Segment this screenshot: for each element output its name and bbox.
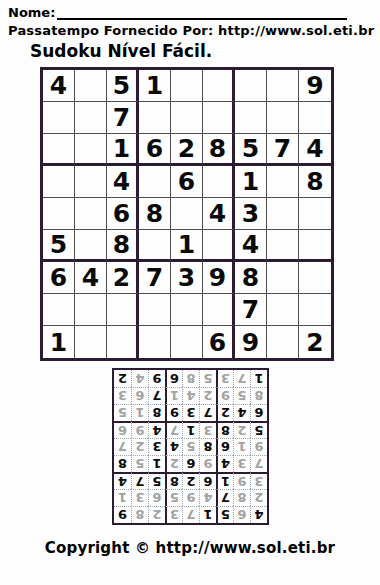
solution-cell-r8c5: 4 xyxy=(182,387,199,404)
solution-cell-r7c6: 9 xyxy=(165,404,182,421)
cell-r5c9[interactable] xyxy=(299,198,331,230)
solution-cell-r4c2: 3 xyxy=(233,455,250,472)
solution-cell-r1c8: 8 xyxy=(131,506,148,523)
cell-r1c6[interactable] xyxy=(203,70,235,102)
solution-grid-rotated: 4651732892874956313916285747349621589168… xyxy=(112,368,269,525)
cell-r7c9[interactable] xyxy=(299,262,331,294)
solution-cell-r4c8: 5 xyxy=(131,455,148,472)
solution-cell-r2c2: 8 xyxy=(233,489,250,506)
solution-cell-r5c4: 8 xyxy=(199,438,216,455)
cell-r7c6[interactable]: 9 xyxy=(203,262,235,294)
cell-r3c4[interactable]: 6 xyxy=(139,134,171,166)
solution-cell-r3c4: 6 xyxy=(199,472,216,489)
solution-cell-r1c9: 9 xyxy=(114,506,131,523)
solution-cell-r2c3: 7 xyxy=(216,489,233,506)
cell-r4c6[interactable] xyxy=(203,166,235,198)
solution-cell-r5c1: 9 xyxy=(250,438,267,455)
solution-cell-r4c7: 1 xyxy=(148,455,165,472)
cell-r3c7[interactable]: 5 xyxy=(235,134,267,166)
solution-cell-r9c2: 7 xyxy=(233,370,250,387)
solution-cell-r5c5: 5 xyxy=(182,438,199,455)
solution-wrap: 4651732892874956313916285747349621589168… xyxy=(0,368,380,525)
cell-r9c3[interactable] xyxy=(107,326,139,358)
cell-r2c2[interactable] xyxy=(75,102,107,134)
cell-r3c5[interactable]: 2 xyxy=(171,134,203,166)
solution-cell-r3c5: 2 xyxy=(182,472,199,489)
cell-r3c2[interactable] xyxy=(75,134,107,166)
solution-cell-r4c9: 8 xyxy=(114,455,131,472)
worksheet-page: Nome: Passatempo Fornecido Por: http://w… xyxy=(0,0,380,585)
cell-r8c9[interactable] xyxy=(299,294,331,326)
cell-r7c8[interactable] xyxy=(267,262,299,294)
solution-cell-r5c2: 1 xyxy=(233,438,250,455)
solution-cell-r9c7: 9 xyxy=(148,370,165,387)
cell-r2c5[interactable] xyxy=(171,102,203,134)
cell-r3c6[interactable]: 8 xyxy=(203,134,235,166)
solution-cell-r3c2: 9 xyxy=(233,472,250,489)
solution-cell-r6c4: 3 xyxy=(199,421,216,438)
solution-cell-r6c5: 1 xyxy=(182,421,199,438)
solution-cell-r7c9: 5 xyxy=(114,404,131,421)
solution-cell-r2c8: 3 xyxy=(131,489,148,506)
cell-r3c3[interactable]: 1 xyxy=(107,134,139,166)
name-label: Nome: xyxy=(8,5,55,20)
solution-cell-r4c3: 4 xyxy=(216,455,233,472)
solution-cell-r2c7: 6 xyxy=(148,489,165,506)
solution-cell-r1c4: 1 xyxy=(199,506,216,523)
solution-cell-r6c8: 9 xyxy=(131,421,148,438)
solution-cell-r8c1: 8 xyxy=(250,387,267,404)
solution-cell-r4c1: 7 xyxy=(250,455,267,472)
provider-line: Passatempo Fornecido Por: http://www.sol… xyxy=(0,20,380,38)
cell-r2c4[interactable] xyxy=(139,102,171,134)
solution-cell-r2c6: 5 xyxy=(165,489,182,506)
solution-cell-r9c1: 1 xyxy=(250,370,267,387)
cell-r4c1[interactable] xyxy=(43,166,75,198)
copyright-line: Copyright © http://www.sol.eti.br xyxy=(0,539,380,557)
solution-cell-r7c4: 7 xyxy=(199,404,216,421)
name-row: Nome: xyxy=(0,0,380,20)
cell-r8c8[interactable] xyxy=(267,294,299,326)
solution-cell-r6c7: 4 xyxy=(148,421,165,438)
cell-r6c5[interactable]: 1 xyxy=(171,230,203,262)
main-grid-wrap: 451971628574461868435814642739871692 xyxy=(40,67,380,361)
solution-cell-r5c8: 2 xyxy=(131,438,148,455)
cell-r7c1[interactable]: 6 xyxy=(43,262,75,294)
cell-r5c6[interactable]: 4 xyxy=(203,198,235,230)
solution-cell-r3c8: 7 xyxy=(131,472,148,489)
cell-r1c4[interactable]: 1 xyxy=(139,70,171,102)
cell-r3c1[interactable] xyxy=(43,134,75,166)
solution-cell-r3c1: 3 xyxy=(250,472,267,489)
cell-r9c6[interactable]: 6 xyxy=(203,326,235,358)
cell-r4c2[interactable] xyxy=(75,166,107,198)
sudoku-grid: 451971628574461868435814642739871692 xyxy=(40,67,334,361)
solution-cell-r2c4: 4 xyxy=(199,489,216,506)
cell-r4c4[interactable] xyxy=(139,166,171,198)
solution-cell-r9c5: 8 xyxy=(182,370,199,387)
solution-cell-r8c8: 6 xyxy=(131,387,148,404)
cell-r5c5[interactable] xyxy=(171,198,203,230)
solution-cell-r1c1: 4 xyxy=(250,506,267,523)
solution-cell-r9c8: 4 xyxy=(131,370,148,387)
solution-cell-r9c4: 5 xyxy=(199,370,216,387)
solution-cell-r1c2: 6 xyxy=(233,506,250,523)
cell-r9c4[interactable] xyxy=(139,326,171,358)
solution-cell-r1c5: 7 xyxy=(182,506,199,523)
solution-cell-r3c6: 8 xyxy=(165,472,182,489)
cell-r6c4[interactable] xyxy=(139,230,171,262)
solution-cell-r6c6: 7 xyxy=(165,421,182,438)
cell-r5c2[interactable] xyxy=(75,198,107,230)
cell-r9c9[interactable]: 2 xyxy=(299,326,331,358)
cell-r6c6[interactable] xyxy=(203,230,235,262)
cell-r2c9[interactable] xyxy=(299,102,331,134)
solution-cell-r7c5: 3 xyxy=(182,404,199,421)
solution-cell-r9c3: 3 xyxy=(216,370,233,387)
cell-r6c7[interactable]: 4 xyxy=(235,230,267,262)
cell-r6c9[interactable] xyxy=(299,230,331,262)
cell-r4c8[interactable] xyxy=(267,166,299,198)
cell-r8c7[interactable]: 7 xyxy=(235,294,267,326)
solution-cell-r6c9: 6 xyxy=(114,421,131,438)
cell-r7c2[interactable]: 4 xyxy=(75,262,107,294)
solution-cell-r4c5: 6 xyxy=(182,455,199,472)
solution-cell-r6c3: 8 xyxy=(216,421,233,438)
solution-cell-r7c7: 8 xyxy=(148,404,165,421)
cell-r9c2[interactable] xyxy=(75,326,107,358)
cell-r7c5[interactable]: 3 xyxy=(171,262,203,294)
solution-cell-r7c2: 4 xyxy=(233,404,250,421)
cell-r6c2[interactable] xyxy=(75,230,107,262)
solution-cell-r8c9: 3 xyxy=(114,387,131,404)
cell-r5c4[interactable]: 8 xyxy=(139,198,171,230)
cell-r6c8[interactable] xyxy=(267,230,299,262)
cell-r8c4[interactable] xyxy=(139,294,171,326)
solution-cell-r2c1: 2 xyxy=(250,489,267,506)
solution-cell-r8c7: 7 xyxy=(148,387,165,404)
solution-cell-r9c6: 6 xyxy=(165,370,182,387)
cell-r1c2[interactable] xyxy=(75,70,107,102)
cell-r1c7[interactable] xyxy=(235,70,267,102)
cell-r1c8[interactable] xyxy=(267,70,299,102)
cell-r5c7[interactable]: 3 xyxy=(235,198,267,230)
solution-cell-r2c5: 9 xyxy=(182,489,199,506)
solution-cell-r3c7: 5 xyxy=(148,472,165,489)
cell-r9c1[interactable]: 1 xyxy=(43,326,75,358)
solution-cell-r9c9: 2 xyxy=(114,370,131,387)
solution-cell-r8c3: 9 xyxy=(216,387,233,404)
cell-r8c1[interactable] xyxy=(43,294,75,326)
solution-cell-r7c8: 1 xyxy=(131,404,148,421)
solution-cell-r6c2: 2 xyxy=(233,421,250,438)
cell-r4c3[interactable]: 4 xyxy=(107,166,139,198)
cell-r7c3[interactable]: 2 xyxy=(107,262,139,294)
solution-cell-r7c1: 6 xyxy=(250,404,267,421)
name-input-line[interactable] xyxy=(57,4,347,20)
cell-r9c8[interactable] xyxy=(267,326,299,358)
cell-r4c9[interactable]: 8 xyxy=(299,166,331,198)
solution-cell-r3c9: 4 xyxy=(114,472,131,489)
cell-r1c9[interactable]: 9 xyxy=(299,70,331,102)
cell-r8c3[interactable] xyxy=(107,294,139,326)
solution-cell-r5c7: 3 xyxy=(148,438,165,455)
solution-cell-r5c3: 6 xyxy=(216,438,233,455)
cell-r4c5[interactable]: 6 xyxy=(171,166,203,198)
cell-r7c4[interactable]: 7 xyxy=(139,262,171,294)
solution-cell-r4c6: 2 xyxy=(165,455,182,472)
cell-r2c6[interactable] xyxy=(203,102,235,134)
cell-r2c7[interactable] xyxy=(235,102,267,134)
cell-r5c3[interactable]: 6 xyxy=(107,198,139,230)
solution-cell-r5c6: 4 xyxy=(165,438,182,455)
solution-cell-r8c4: 2 xyxy=(199,387,216,404)
cell-r8c5[interactable] xyxy=(171,294,203,326)
cell-r2c1[interactable] xyxy=(43,102,75,134)
solution-cell-r3c3: 1 xyxy=(216,472,233,489)
cell-r2c8[interactable] xyxy=(267,102,299,134)
solution-cell-r1c6: 3 xyxy=(165,506,182,523)
cell-r6c3[interactable]: 8 xyxy=(107,230,139,262)
cell-r5c1[interactable] xyxy=(43,198,75,230)
solution-cell-r4c4: 9 xyxy=(199,455,216,472)
solution-cell-r5c9: 7 xyxy=(114,438,131,455)
cell-r8c2[interactable] xyxy=(75,294,107,326)
solution-cell-r2c9: 1 xyxy=(114,489,131,506)
cell-r6c1[interactable]: 5 xyxy=(43,230,75,262)
cell-r1c5[interactable] xyxy=(171,70,203,102)
solution-cell-r1c3: 5 xyxy=(216,506,233,523)
page-title: Sudoku Nível Fácil. xyxy=(0,38,380,61)
cell-r3c8[interactable]: 7 xyxy=(267,134,299,166)
solution-cell-r8c2: 5 xyxy=(233,387,250,404)
cell-r4c7[interactable]: 1 xyxy=(235,166,267,198)
cell-r5c8[interactable] xyxy=(267,198,299,230)
solution-cell-r7c3: 2 xyxy=(216,404,233,421)
cell-r9c5[interactable] xyxy=(171,326,203,358)
cell-r1c3[interactable]: 5 xyxy=(107,70,139,102)
cell-r7c7[interactable]: 8 xyxy=(235,262,267,294)
cell-r8c6[interactable] xyxy=(203,294,235,326)
solution-cell-r6c1: 5 xyxy=(250,421,267,438)
cell-r3c9[interactable]: 4 xyxy=(299,134,331,166)
solution-cell-r8c6: 1 xyxy=(165,387,182,404)
cell-r9c7[interactable]: 9 xyxy=(235,326,267,358)
cell-r1c1[interactable]: 4 xyxy=(43,70,75,102)
cell-r2c3[interactable]: 7 xyxy=(107,102,139,134)
solution-cell-r1c7: 2 xyxy=(148,506,165,523)
